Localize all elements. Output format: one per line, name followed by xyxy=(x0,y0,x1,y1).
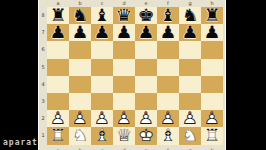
rank-label-2: 2 xyxy=(39,110,47,127)
black-knight-icon[interactable]: ♞ xyxy=(179,8,201,23)
black-pawn-icon[interactable]: ♟ xyxy=(47,25,69,40)
white-pawn-icon[interactable]: ♟♙ xyxy=(113,111,135,126)
square-e6[interactable] xyxy=(135,41,157,58)
black-queen-icon[interactable]: ♛ xyxy=(113,8,135,23)
white-pawn-icon[interactable]: ♟♙ xyxy=(69,111,91,126)
white-pawn-icon[interactable]: ♟♙ xyxy=(47,111,69,126)
square-d5[interactable] xyxy=(113,59,135,76)
piece-glyph: ♟ xyxy=(181,24,198,41)
black-pawn-icon[interactable]: ♟ xyxy=(179,25,201,40)
rank-label-6: 6 xyxy=(39,41,47,58)
piece-outline: ♖ xyxy=(203,127,220,144)
piece-glyph: ♟ xyxy=(159,24,176,41)
black-knight-icon[interactable]: ♞ xyxy=(69,8,91,23)
square-a7[interactable]: ♟ xyxy=(47,24,69,41)
square-b5[interactable] xyxy=(69,59,91,76)
square-d6[interactable] xyxy=(113,41,135,58)
white-rook-icon[interactable]: ♜♖ xyxy=(47,128,69,143)
piece-outline: ♖ xyxy=(49,127,66,144)
square-a1[interactable]: ♜♖ xyxy=(47,127,69,144)
square-f1[interactable]: ♝♗ xyxy=(157,127,179,144)
black-pawn-icon[interactable]: ♟ xyxy=(201,25,223,40)
file-label-e: e xyxy=(135,145,157,150)
piece-glyph: ♟ xyxy=(93,24,110,41)
black-pawn-icon[interactable]: ♟ xyxy=(69,25,91,40)
file-labels-bottom: abcdefgh xyxy=(47,145,225,150)
square-g5[interactable] xyxy=(179,59,201,76)
square-e4[interactable] xyxy=(135,76,157,93)
square-f4[interactable] xyxy=(157,76,179,93)
piece-outline: ♗ xyxy=(93,127,110,144)
rank-labels-left: 87654321 xyxy=(39,7,47,145)
file-label-a: a xyxy=(47,145,69,150)
square-c6[interactable] xyxy=(91,41,113,58)
rank-label-7: 7 xyxy=(39,24,47,41)
square-b7[interactable]: ♟ xyxy=(69,24,91,41)
file-label-b: b xyxy=(69,145,91,150)
black-pawn-icon[interactable]: ♟ xyxy=(135,25,157,40)
chess-board-panel: abcdefgh 87654321 ♜♞♝♛♚♝♞♜♟♟♟♟♟♟♟♟♟♙♟♙♟♙… xyxy=(38,0,226,150)
piece-outline: ♔ xyxy=(137,127,154,144)
square-e7[interactable]: ♟ xyxy=(135,24,157,41)
square-a5[interactable] xyxy=(47,59,69,76)
white-knight-icon[interactable]: ♞♘ xyxy=(179,128,201,143)
square-e5[interactable] xyxy=(135,59,157,76)
black-pawn-icon[interactable]: ♟ xyxy=(91,25,113,40)
white-king-icon[interactable]: ♚♔ xyxy=(135,128,157,143)
piece-outline: ♗ xyxy=(159,127,176,144)
black-pawn-icon[interactable]: ♟ xyxy=(113,25,135,40)
square-h5[interactable] xyxy=(201,59,223,76)
video-frame: abcdefgh 87654321 ♜♞♝♛♚♝♞♜♟♟♟♟♟♟♟♟♟♙♟♙♟♙… xyxy=(0,0,266,150)
white-pawn-icon[interactable]: ♟♙ xyxy=(179,111,201,126)
square-d4[interactable] xyxy=(113,76,135,93)
square-f5[interactable] xyxy=(157,59,179,76)
square-g6[interactable] xyxy=(179,41,201,58)
black-rook-icon[interactable]: ♜ xyxy=(47,8,69,23)
square-d1[interactable]: ♛♕ xyxy=(113,127,135,144)
rank-label-1: 1 xyxy=(39,127,47,144)
file-label-h: h xyxy=(201,145,223,150)
square-a4[interactable] xyxy=(47,76,69,93)
white-pawn-icon[interactable]: ♟♙ xyxy=(201,111,223,126)
watermark-aparat: aparat xyxy=(3,138,38,147)
white-pawn-icon[interactable]: ♟♙ xyxy=(157,111,179,126)
piece-outline: ♘ xyxy=(181,127,198,144)
piece-glyph: ♟ xyxy=(203,24,220,41)
square-b4[interactable] xyxy=(69,76,91,93)
file-label-d: d xyxy=(113,145,135,150)
rank-label-8: 8 xyxy=(39,7,47,24)
white-pawn-icon[interactable]: ♟♙ xyxy=(135,111,157,126)
square-c5[interactable] xyxy=(91,59,113,76)
black-bishop-icon[interactable]: ♝ xyxy=(91,8,113,23)
square-a6[interactable] xyxy=(47,41,69,58)
square-g1[interactable]: ♞♘ xyxy=(179,127,201,144)
rank-label-3: 3 xyxy=(39,93,47,110)
file-label-c: c xyxy=(91,145,113,150)
file-label-g: g xyxy=(179,145,201,150)
piece-glyph: ♟ xyxy=(49,24,66,41)
square-h6[interactable] xyxy=(201,41,223,58)
square-d7[interactable]: ♟ xyxy=(113,24,135,41)
black-bishop-icon[interactable]: ♝ xyxy=(157,8,179,23)
white-pawn-icon[interactable]: ♟♙ xyxy=(91,111,113,126)
black-rook-icon[interactable]: ♜ xyxy=(201,8,223,23)
white-rook-icon[interactable]: ♜♖ xyxy=(201,128,223,143)
piece-glyph: ♟ xyxy=(115,24,132,41)
white-bishop-icon[interactable]: ♝♗ xyxy=(157,128,179,143)
square-b1[interactable]: ♞♘ xyxy=(69,127,91,144)
white-bishop-icon[interactable]: ♝♗ xyxy=(91,128,113,143)
square-h4[interactable] xyxy=(201,76,223,93)
white-queen-icon[interactable]: ♛♕ xyxy=(113,128,135,143)
piece-outline: ♘ xyxy=(71,127,88,144)
chess-board: ♜♞♝♛♚♝♞♜♟♟♟♟♟♟♟♟♟♙♟♙♟♙♟♙♟♙♟♙♟♙♟♙♜♖♞♘♝♗♛♕… xyxy=(47,7,223,145)
square-c7[interactable]: ♟ xyxy=(91,24,113,41)
white-knight-icon[interactable]: ♞♘ xyxy=(69,128,91,143)
file-label-f: f xyxy=(157,145,179,150)
square-f7[interactable]: ♟ xyxy=(157,24,179,41)
piece-outline: ♕ xyxy=(115,127,132,144)
piece-glyph: ♟ xyxy=(71,24,88,41)
square-c4[interactable] xyxy=(91,76,113,93)
black-king-icon[interactable]: ♚ xyxy=(135,8,157,23)
square-e1[interactable]: ♚♔ xyxy=(135,127,157,144)
rank-label-4: 4 xyxy=(39,76,47,93)
rank-label-5: 5 xyxy=(39,59,47,76)
square-c1[interactable]: ♝♗ xyxy=(91,127,113,144)
piece-glyph: ♟ xyxy=(137,24,154,41)
square-h7[interactable]: ♟ xyxy=(201,24,223,41)
square-f6[interactable] xyxy=(157,41,179,58)
square-b6[interactable] xyxy=(69,41,91,58)
square-h1[interactable]: ♜♖ xyxy=(201,127,223,144)
square-g4[interactable] xyxy=(179,76,201,93)
black-pawn-icon[interactable]: ♟ xyxy=(157,25,179,40)
square-g7[interactable]: ♟ xyxy=(179,24,201,41)
